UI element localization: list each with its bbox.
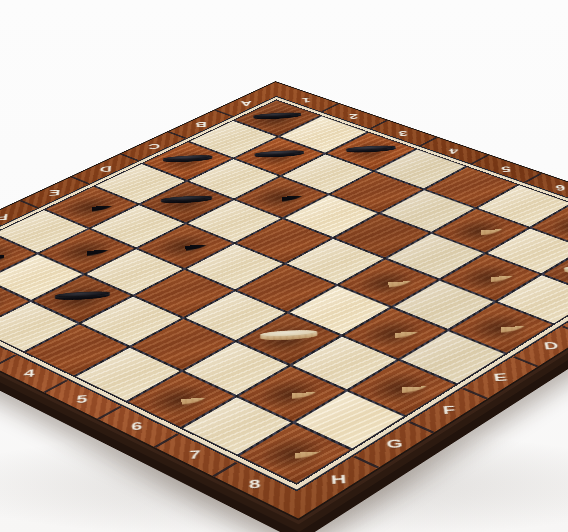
rank-label-1: 1	[302, 96, 311, 104]
white-checker-disc	[365, 298, 424, 343]
white-checker-disc	[371, 351, 433, 398]
white-checker-disc	[260, 329, 317, 342]
file-label-D: D	[542, 340, 559, 352]
file-label-H: H	[330, 473, 346, 487]
file-label-E: E	[49, 188, 61, 197]
file-label-C: C	[148, 142, 160, 151]
file-label-A: A	[240, 99, 252, 107]
white-checker-disc	[563, 263, 568, 275]
black-checker-disc	[255, 169, 308, 206]
rank-label-6: 6	[555, 183, 567, 192]
white-checker-disc	[461, 243, 518, 287]
square-f5[interactable]	[186, 291, 286, 340]
rank-label-4: 4	[23, 367, 35, 379]
black-checker-disc	[346, 145, 396, 154]
black-checker-disc	[0, 227, 15, 265]
black-checker-disc	[255, 150, 305, 159]
rank-label-4: 4	[448, 146, 459, 155]
square-h3[interactable]	[0, 302, 77, 351]
white-checker-disc	[471, 292, 530, 337]
white-checker-disc	[359, 248, 416, 292]
black-checker-disc	[54, 290, 110, 301]
rank-label-2: 2	[349, 112, 359, 120]
white-checker-disc	[150, 362, 212, 409]
file-label-F: F	[442, 404, 456, 417]
rank-label-6: 6	[131, 420, 143, 433]
black-checker-disc	[157, 217, 212, 255]
disc-top	[260, 329, 317, 337]
file-label-D: D	[99, 164, 112, 173]
white-checker-disc	[260, 357, 322, 404]
photo-scene: ABCDEFGH 12345678 ABCDEFGH 12345678	[0, 0, 568, 532]
rank-label-7: 7	[189, 448, 201, 462]
file-label-F: F	[0, 212, 9, 222]
black-checker-disc	[59, 222, 114, 260]
square-h2[interactable]	[0, 280, 29, 327]
rank-label-5: 5	[501, 164, 512, 173]
file-label-G: G	[386, 438, 404, 452]
black-checker-disc	[163, 154, 212, 163]
black-checker-disc	[253, 112, 301, 121]
black-checker-disc	[65, 179, 118, 216]
rank-label-3: 3	[398, 129, 408, 137]
file-label-E: E	[493, 371, 509, 383]
white-checker-disc	[453, 197, 508, 239]
file-label-B: B	[195, 120, 207, 128]
black-checker-disc	[161, 195, 212, 205]
black-checker-disc	[0, 274, 8, 313]
rank-label-8: 8	[249, 477, 261, 491]
white-checker-disc	[262, 414, 326, 463]
rank-label-5: 5	[76, 393, 88, 406]
white-checker-disc	[551, 192, 568, 234]
